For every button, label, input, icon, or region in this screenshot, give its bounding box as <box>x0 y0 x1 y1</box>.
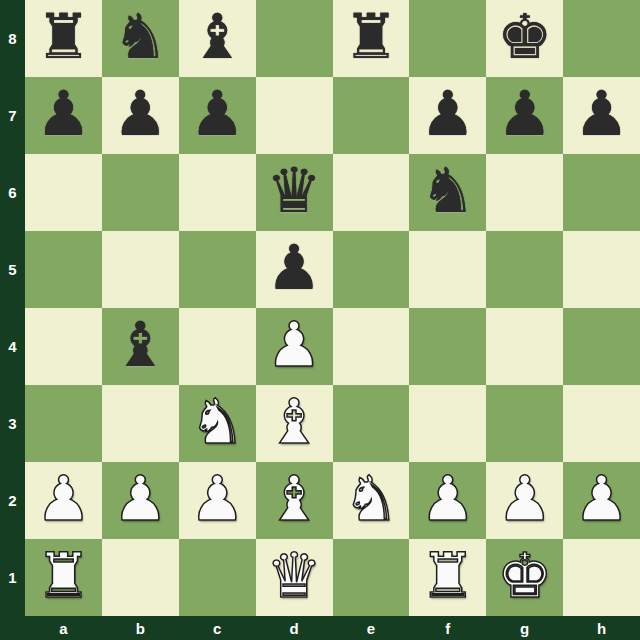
piece-black-rook[interactable]: ♜ <box>36 0 92 75</box>
square-e8[interactable]: ♜ <box>333 0 410 77</box>
piece-white-queen[interactable]: ♛ <box>266 537 322 614</box>
square-c8[interactable]: ♝ <box>179 0 256 77</box>
square-h6[interactable] <box>563 154 640 231</box>
piece-black-knight[interactable]: ♞ <box>420 152 476 229</box>
square-d1[interactable]: ♛ <box>256 539 333 616</box>
square-h2[interactable]: ♟ <box>563 462 640 539</box>
piece-black-queen[interactable]: ♛ <box>266 152 322 229</box>
piece-black-pawn[interactable]: ♟ <box>497 75 553 152</box>
square-g7[interactable]: ♟ <box>486 77 563 154</box>
square-b6[interactable] <box>102 154 179 231</box>
piece-white-rook[interactable]: ♜ <box>420 537 476 614</box>
piece-white-pawn[interactable]: ♟ <box>420 460 476 537</box>
file-label-d: d <box>256 616 333 640</box>
square-b1[interactable] <box>102 539 179 616</box>
square-a7[interactable]: ♟ <box>25 77 102 154</box>
square-c7[interactable]: ♟ <box>179 77 256 154</box>
square-c6[interactable] <box>179 154 256 231</box>
square-h5[interactable] <box>563 231 640 308</box>
piece-white-pawn[interactable]: ♟ <box>36 460 92 537</box>
square-f3[interactable] <box>409 385 486 462</box>
square-c4[interactable] <box>179 308 256 385</box>
square-e3[interactable] <box>333 385 410 462</box>
square-b5[interactable] <box>102 231 179 308</box>
square-e6[interactable] <box>333 154 410 231</box>
piece-white-pawn[interactable]: ♟ <box>266 306 322 383</box>
square-f7[interactable]: ♟ <box>409 77 486 154</box>
square-d7[interactable] <box>256 77 333 154</box>
file-label-h: h <box>563 616 640 640</box>
square-g8[interactable]: ♚ <box>486 0 563 77</box>
square-a2[interactable]: ♟ <box>25 462 102 539</box>
square-e4[interactable] <box>333 308 410 385</box>
square-a6[interactable] <box>25 154 102 231</box>
piece-black-pawn[interactable]: ♟ <box>189 75 245 152</box>
piece-black-knight[interactable]: ♞ <box>113 0 169 75</box>
piece-white-king[interactable]: ♚ <box>497 537 553 614</box>
rank-label-7: 7 <box>0 77 25 154</box>
square-a5[interactable] <box>25 231 102 308</box>
square-h4[interactable] <box>563 308 640 385</box>
square-h1[interactable] <box>563 539 640 616</box>
square-b3[interactable] <box>102 385 179 462</box>
rank-label-6: 6 <box>0 154 25 231</box>
square-f5[interactable] <box>409 231 486 308</box>
piece-black-pawn[interactable]: ♟ <box>420 75 476 152</box>
square-b4[interactable]: ♝ <box>102 308 179 385</box>
square-e5[interactable] <box>333 231 410 308</box>
square-d2[interactable]: ♝ <box>256 462 333 539</box>
piece-black-pawn[interactable]: ♟ <box>574 75 630 152</box>
square-c5[interactable] <box>179 231 256 308</box>
square-g3[interactable] <box>486 385 563 462</box>
square-f8[interactable] <box>409 0 486 77</box>
square-c3[interactable]: ♞ <box>179 385 256 462</box>
square-b8[interactable]: ♞ <box>102 0 179 77</box>
piece-black-king[interactable]: ♚ <box>497 0 553 75</box>
piece-white-bishop[interactable]: ♝ <box>266 460 322 537</box>
square-b2[interactable]: ♟ <box>102 462 179 539</box>
piece-white-rook[interactable]: ♜ <box>36 537 92 614</box>
piece-white-pawn[interactable]: ♟ <box>113 460 169 537</box>
rank-label-3: 3 <box>0 385 25 462</box>
square-e2[interactable]: ♞ <box>333 462 410 539</box>
rank-label-4: 4 <box>0 308 25 385</box>
square-a3[interactable] <box>25 385 102 462</box>
square-d5[interactable]: ♟ <box>256 231 333 308</box>
rank-label-5: 5 <box>0 231 25 308</box>
square-g2[interactable]: ♟ <box>486 462 563 539</box>
square-e7[interactable] <box>333 77 410 154</box>
square-b7[interactable]: ♟ <box>102 77 179 154</box>
square-a1[interactable]: ♜ <box>25 539 102 616</box>
file-label-g: g <box>486 616 563 640</box>
piece-white-pawn[interactable]: ♟ <box>497 460 553 537</box>
square-a8[interactable]: ♜ <box>25 0 102 77</box>
piece-white-knight[interactable]: ♞ <box>343 460 399 537</box>
piece-white-knight[interactable]: ♞ <box>189 383 245 460</box>
piece-black-pawn[interactable]: ♟ <box>266 229 322 306</box>
piece-white-pawn[interactable]: ♟ <box>574 460 630 537</box>
piece-black-rook[interactable]: ♜ <box>343 0 399 75</box>
file-labels: abcdefgh <box>25 616 640 640</box>
square-g1[interactable]: ♚ <box>486 539 563 616</box>
file-label-f: f <box>409 616 486 640</box>
square-d8[interactable] <box>256 0 333 77</box>
square-e1[interactable] <box>333 539 410 616</box>
square-a4[interactable] <box>25 308 102 385</box>
square-d4[interactable]: ♟ <box>256 308 333 385</box>
file-label-c: c <box>179 616 256 640</box>
piece-black-bishop[interactable]: ♝ <box>189 0 245 75</box>
piece-black-pawn[interactable]: ♟ <box>36 75 92 152</box>
square-g4[interactable] <box>486 308 563 385</box>
square-c1[interactable] <box>179 539 256 616</box>
square-d3[interactable]: ♝ <box>256 385 333 462</box>
square-f4[interactable] <box>409 308 486 385</box>
file-label-b: b <box>102 616 179 640</box>
square-f2[interactable]: ♟ <box>409 462 486 539</box>
rank-labels: 87654321 <box>0 0 25 616</box>
square-g5[interactable] <box>486 231 563 308</box>
square-c2[interactable]: ♟ <box>179 462 256 539</box>
chess-board: ♜♞♝♜♚♟♟♟♟♟♟♛♞♟♝♟♞♝♟♟♟♝♞♟♟♟♜♛♜♚ <box>25 0 640 616</box>
rank-label-8: 8 <box>0 0 25 77</box>
rank-label-2: 2 <box>0 462 25 539</box>
square-f1[interactable]: ♜ <box>409 539 486 616</box>
piece-white-pawn[interactable]: ♟ <box>189 460 245 537</box>
file-label-a: a <box>25 616 102 640</box>
square-g6[interactable] <box>486 154 563 231</box>
rank-label-1: 1 <box>0 539 25 616</box>
square-h8[interactable] <box>563 0 640 77</box>
piece-white-bishop[interactable]: ♝ <box>266 383 322 460</box>
square-h7[interactable]: ♟ <box>563 77 640 154</box>
piece-black-pawn[interactable]: ♟ <box>113 75 169 152</box>
file-label-e: e <box>333 616 410 640</box>
square-d6[interactable]: ♛ <box>256 154 333 231</box>
square-h3[interactable] <box>563 385 640 462</box>
piece-black-bishop[interactable]: ♝ <box>113 306 169 383</box>
square-f6[interactable]: ♞ <box>409 154 486 231</box>
chess-board-container: 87654321 ♜♞♝♜♚♟♟♟♟♟♟♛♞♟♝♟♞♝♟♟♟♝♞♟♟♟♜♛♜♚ … <box>0 0 640 640</box>
